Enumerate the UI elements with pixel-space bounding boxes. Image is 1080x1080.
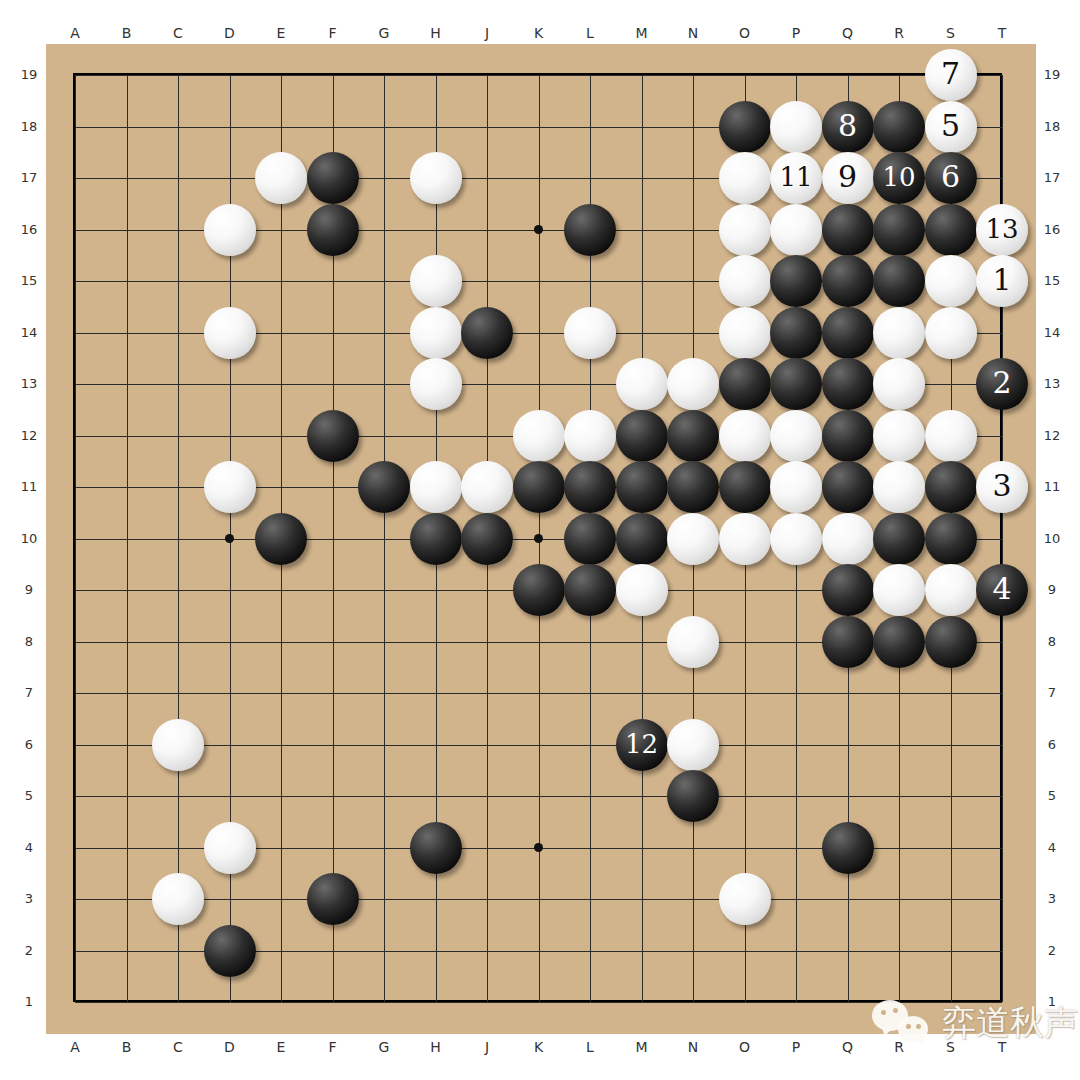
coord-label-bottom: P — [792, 1040, 800, 1054]
coord-label-bottom: L — [586, 1040, 594, 1054]
stone-white-M13 — [616, 358, 668, 410]
coord-label-top: A — [70, 26, 80, 40]
stone-black-M12 — [616, 410, 668, 462]
stone-black-Q12 — [822, 410, 874, 462]
coord-label-top: O — [739, 26, 750, 40]
coord-label-bottom: N — [688, 1040, 698, 1054]
coord-label-top: N — [688, 26, 698, 40]
coord-label-bottom: G — [379, 1040, 390, 1054]
stone-black-T9: 4 — [976, 564, 1028, 616]
coord-label-left: 13 — [21, 377, 38, 391]
coord-label-left: 1 — [25, 995, 33, 1009]
stone-white-O14 — [719, 307, 771, 359]
stone-white-H15 — [410, 255, 462, 307]
stone-black-D2 — [204, 925, 256, 977]
coord-label-bottom: A — [70, 1040, 80, 1054]
coord-label-top: C — [173, 26, 183, 40]
coord-label-right: 14 — [1044, 326, 1061, 340]
stone-white-O17 — [719, 152, 771, 204]
coord-label-left: 12 — [21, 429, 38, 443]
move-number: 5 — [941, 111, 960, 141]
stone-black-Q15 — [822, 255, 874, 307]
coord-label-top: E — [277, 26, 286, 40]
stone-white-T16: 13 — [976, 204, 1028, 256]
stone-black-H10 — [410, 513, 462, 565]
stone-white-S19: 7 — [925, 49, 977, 101]
stone-black-P13 — [770, 358, 822, 410]
coord-label-right: 2 — [1048, 944, 1056, 958]
move-number: 1 — [992, 265, 1011, 295]
stone-white-M9 — [616, 564, 668, 616]
coord-label-right: 11 — [1044, 480, 1061, 494]
stone-black-K9 — [513, 564, 565, 616]
move-number: 2 — [992, 368, 1011, 398]
stone-white-D11 — [204, 461, 256, 513]
stone-white-H11 — [410, 461, 462, 513]
stone-white-D14 — [204, 307, 256, 359]
stone-white-N10 — [667, 513, 719, 565]
coord-label-right: 15 — [1044, 274, 1061, 288]
stone-black-R8 — [873, 616, 925, 668]
stone-white-S12 — [925, 410, 977, 462]
coord-label-top: G — [379, 26, 390, 40]
grid-line-horizontal — [75, 745, 1002, 746]
stone-white-J11 — [461, 461, 513, 513]
coord-label-left: 4 — [25, 841, 33, 855]
stone-black-Q4 — [822, 822, 874, 874]
coord-label-bottom: Q — [842, 1040, 853, 1054]
stone-black-O18 — [719, 101, 771, 153]
coord-label-left: 2 — [25, 944, 33, 958]
coord-label-left: 19 — [21, 68, 38, 82]
coord-label-bottom: B — [122, 1040, 132, 1054]
stone-white-T15: 1 — [976, 255, 1028, 307]
grid-line-horizontal — [75, 899, 1002, 900]
grid-line-horizontal — [75, 796, 1002, 797]
coord-label-left: 14 — [21, 326, 38, 340]
stone-black-P14 — [770, 307, 822, 359]
stone-black-M6: 12 — [616, 719, 668, 771]
stone-black-M11 — [616, 461, 668, 513]
stone-black-R18 — [873, 101, 925, 153]
coord-label-bottom: S — [946, 1040, 955, 1054]
stone-white-P17: 11 — [770, 152, 822, 204]
coord-label-bottom: D — [224, 1040, 235, 1054]
stone-black-N5 — [667, 770, 719, 822]
grid-line-horizontal — [75, 1002, 1002, 1003]
stone-white-R14 — [873, 307, 925, 359]
coord-label-right: 10 — [1044, 532, 1061, 546]
stone-white-O3 — [719, 873, 771, 925]
stone-white-S14 — [925, 307, 977, 359]
coord-label-bottom: E — [277, 1040, 286, 1054]
coord-label-left: 6 — [25, 738, 33, 752]
stone-black-S8 — [925, 616, 977, 668]
coord-label-top: J — [485, 26, 489, 40]
coord-label-right: 8 — [1048, 635, 1056, 649]
star-point — [225, 534, 234, 543]
stone-black-G11 — [358, 461, 410, 513]
stone-white-R12 — [873, 410, 925, 462]
stone-white-D16 — [204, 204, 256, 256]
stone-black-Q11 — [822, 461, 874, 513]
move-number: 11 — [779, 164, 812, 190]
stone-white-S18: 5 — [925, 101, 977, 153]
stone-white-N8 — [667, 616, 719, 668]
coord-label-top: T — [998, 26, 1007, 40]
stone-black-Q13 — [822, 358, 874, 410]
move-number: 7 — [941, 59, 960, 89]
coord-label-top: R — [894, 26, 904, 40]
coord-label-right: 6 — [1048, 738, 1056, 752]
coord-label-right: 9 — [1048, 583, 1056, 597]
stone-black-N11 — [667, 461, 719, 513]
stone-white-E17 — [255, 152, 307, 204]
stone-white-L14 — [564, 307, 616, 359]
stone-black-S17: 6 — [925, 152, 977, 204]
coord-label-left: 16 — [21, 223, 38, 237]
stone-white-O15 — [719, 255, 771, 307]
coord-label-top: H — [430, 26, 441, 40]
coord-label-right: 4 — [1048, 841, 1056, 855]
coord-label-bottom: C — [173, 1040, 183, 1054]
coord-label-top: P — [792, 26, 800, 40]
stone-white-Q10 — [822, 513, 874, 565]
coord-label-top: B — [122, 26, 132, 40]
stone-black-S10 — [925, 513, 977, 565]
stone-black-T13: 2 — [976, 358, 1028, 410]
stone-black-L16 — [564, 204, 616, 256]
stone-black-L10 — [564, 513, 616, 565]
stone-black-Q8 — [822, 616, 874, 668]
stone-white-R11 — [873, 461, 925, 513]
move-number: 12 — [625, 731, 658, 757]
stone-black-R16 — [873, 204, 925, 256]
coord-label-top: F — [328, 26, 336, 40]
stone-white-N6 — [667, 719, 719, 771]
coord-label-left: 17 — [21, 171, 38, 185]
coord-label-left: 3 — [25, 892, 33, 906]
stone-white-O12 — [719, 410, 771, 462]
coord-label-bottom: H — [430, 1040, 441, 1054]
coord-label-right: 1 — [1048, 995, 1056, 1009]
coord-label-left: 18 — [21, 120, 38, 134]
coord-label-left: 11 — [21, 480, 38, 494]
coord-label-right: 18 — [1044, 120, 1061, 134]
coord-label-bottom: F — [328, 1040, 336, 1054]
stone-white-O10 — [719, 513, 771, 565]
wechat-bubble-tail — [917, 1038, 926, 1047]
stone-black-J10 — [461, 513, 513, 565]
coord-label-top: Q — [842, 26, 853, 40]
stone-white-H17 — [410, 152, 462, 204]
coord-label-top: L — [586, 26, 594, 40]
stone-white-K12 — [513, 410, 565, 462]
stone-white-L12 — [564, 410, 616, 462]
stone-black-H4 — [410, 822, 462, 874]
go-diagram: AABBCCDDEEFFGGHHJJKKLLMMNNOOPPQQRRSSTT19… — [0, 0, 1080, 1080]
stone-white-N13 — [667, 358, 719, 410]
stone-black-R15 — [873, 255, 925, 307]
coord-label-right: 13 — [1044, 377, 1061, 391]
coord-label-right: 17 — [1044, 171, 1061, 185]
stone-black-L9 — [564, 564, 616, 616]
move-number: 9 — [838, 162, 857, 192]
coord-label-left: 9 — [25, 583, 33, 597]
stone-white-T11: 3 — [976, 461, 1028, 513]
coord-label-right: 3 — [1048, 892, 1056, 906]
coord-label-bottom: R — [894, 1040, 904, 1054]
stone-black-Q9 — [822, 564, 874, 616]
move-number: 8 — [838, 111, 857, 141]
coord-label-bottom: J — [485, 1040, 489, 1054]
stone-black-L11 — [564, 461, 616, 513]
stone-white-C3 — [152, 873, 204, 925]
move-number: 13 — [985, 216, 1018, 242]
coord-label-bottom: K — [534, 1040, 543, 1054]
coord-label-top: M — [635, 26, 647, 40]
stone-black-F12 — [307, 410, 359, 462]
coord-label-right: 7 — [1048, 686, 1056, 700]
stone-black-O11 — [719, 461, 771, 513]
stone-black-R10 — [873, 513, 925, 565]
stone-white-C6 — [152, 719, 204, 771]
coord-label-left: 7 — [25, 686, 33, 700]
move-number: 3 — [992, 471, 1011, 501]
coord-label-left: 15 — [21, 274, 38, 288]
coord-label-left: 8 — [25, 635, 33, 649]
star-point — [534, 843, 543, 852]
stone-white-P18 — [770, 101, 822, 153]
stone-white-R13 — [873, 358, 925, 410]
stone-white-Q17: 9 — [822, 152, 874, 204]
move-number: 4 — [992, 574, 1011, 604]
stone-white-O16 — [719, 204, 771, 256]
coord-label-top: S — [946, 26, 955, 40]
stone-black-N12 — [667, 410, 719, 462]
stone-black-Q16 — [822, 204, 874, 256]
coord-label-right: 5 — [1048, 789, 1056, 803]
coord-label-left: 5 — [25, 789, 33, 803]
stone-black-M10 — [616, 513, 668, 565]
coord-label-right: 19 — [1044, 68, 1061, 82]
stone-black-P15 — [770, 255, 822, 307]
stone-white-H13 — [410, 358, 462, 410]
stone-white-H14 — [410, 307, 462, 359]
stone-white-R9 — [873, 564, 925, 616]
stone-white-P16 — [770, 204, 822, 256]
stone-white-P12 — [770, 410, 822, 462]
coord-label-top: K — [534, 26, 543, 40]
stone-white-P10 — [770, 513, 822, 565]
move-number: 10 — [882, 164, 915, 190]
stone-black-O13 — [719, 358, 771, 410]
coord-label-left: 10 — [21, 532, 38, 546]
stone-white-S15 — [925, 255, 977, 307]
stone-black-Q18: 8 — [822, 101, 874, 153]
coord-label-bottom: M — [635, 1040, 647, 1054]
stone-black-K11 — [513, 461, 565, 513]
stone-white-S9 — [925, 564, 977, 616]
stone-black-S11 — [925, 461, 977, 513]
coord-label-right: 16 — [1044, 223, 1061, 237]
stone-black-R17: 10 — [873, 152, 925, 204]
stone-black-Q14 — [822, 307, 874, 359]
stone-black-J14 — [461, 307, 513, 359]
coord-label-bottom: O — [739, 1040, 750, 1054]
stone-black-S16 — [925, 204, 977, 256]
grid-line-horizontal — [75, 693, 1002, 694]
stone-black-E10 — [255, 513, 307, 565]
stone-white-P11 — [770, 461, 822, 513]
coord-label-bottom: T — [998, 1040, 1007, 1054]
coord-label-top: D — [224, 26, 235, 40]
stone-black-F17 — [307, 152, 359, 204]
stone-black-F16 — [307, 204, 359, 256]
coord-label-right: 12 — [1044, 429, 1061, 443]
stone-white-D4 — [204, 822, 256, 874]
star-point — [534, 225, 543, 234]
stone-black-F3 — [307, 873, 359, 925]
star-point — [534, 534, 543, 543]
move-number: 6 — [941, 162, 960, 192]
